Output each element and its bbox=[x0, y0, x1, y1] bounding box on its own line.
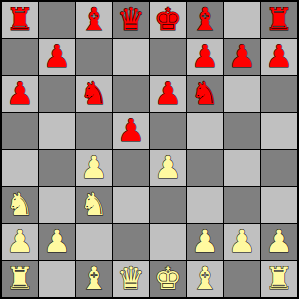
square-e7[interactable] bbox=[150, 39, 186, 75]
square-g6[interactable] bbox=[224, 76, 260, 112]
square-g1[interactable] bbox=[224, 261, 260, 297]
square-h3[interactable] bbox=[261, 187, 297, 223]
square-b3[interactable] bbox=[39, 187, 75, 223]
square-c2[interactable] bbox=[76, 224, 112, 260]
red-bishop[interactable]: ♝ bbox=[191, 4, 219, 35]
red-rook[interactable]: ♜ bbox=[6, 4, 34, 35]
square-d4[interactable] bbox=[113, 150, 149, 186]
square-a7[interactable] bbox=[2, 39, 38, 75]
square-e8[interactable]: ♚ bbox=[150, 2, 186, 38]
square-f3[interactable] bbox=[187, 187, 223, 223]
square-d7[interactable] bbox=[113, 39, 149, 75]
yellow-pawn[interactable]: ♟ bbox=[6, 226, 34, 257]
yellow-pawn[interactable]: ♟ bbox=[191, 226, 219, 257]
square-e2[interactable] bbox=[150, 224, 186, 260]
red-pawn[interactable]: ♟ bbox=[117, 115, 145, 146]
square-c7[interactable] bbox=[76, 39, 112, 75]
square-g4[interactable] bbox=[224, 150, 260, 186]
square-a5[interactable] bbox=[2, 113, 38, 149]
square-g2[interactable]: ♟ bbox=[224, 224, 260, 260]
square-h5[interactable] bbox=[261, 113, 297, 149]
square-d5[interactable]: ♟ bbox=[113, 113, 149, 149]
square-h7[interactable]: ♟ bbox=[261, 39, 297, 75]
square-e5[interactable] bbox=[150, 113, 186, 149]
red-pawn[interactable]: ♟ bbox=[6, 78, 34, 109]
red-queen[interactable]: ♛ bbox=[117, 4, 145, 35]
red-pawn[interactable]: ♟ bbox=[154, 78, 182, 109]
yellow-rook[interactable]: ♜ bbox=[265, 263, 293, 294]
square-e1[interactable]: ♚ bbox=[150, 261, 186, 297]
square-d8[interactable]: ♛ bbox=[113, 2, 149, 38]
yellow-rook[interactable]: ♜ bbox=[6, 263, 34, 294]
square-f5[interactable] bbox=[187, 113, 223, 149]
square-f4[interactable] bbox=[187, 150, 223, 186]
square-h8[interactable]: ♜ bbox=[261, 2, 297, 38]
yellow-bishop[interactable]: ♝ bbox=[191, 263, 219, 294]
yellow-pawn[interactable]: ♟ bbox=[265, 226, 293, 257]
red-knight[interactable]: ♞ bbox=[191, 78, 219, 109]
square-f6[interactable]: ♞ bbox=[187, 76, 223, 112]
square-c5[interactable] bbox=[76, 113, 112, 149]
red-pawn[interactable]: ♟ bbox=[228, 41, 256, 72]
square-f1[interactable]: ♝ bbox=[187, 261, 223, 297]
red-pawn[interactable]: ♟ bbox=[191, 41, 219, 72]
square-a6[interactable]: ♟ bbox=[2, 76, 38, 112]
red-bishop[interactable]: ♝ bbox=[80, 4, 108, 35]
square-b6[interactable] bbox=[39, 76, 75, 112]
square-h1[interactable]: ♜ bbox=[261, 261, 297, 297]
square-h6[interactable] bbox=[261, 76, 297, 112]
square-b1[interactable] bbox=[39, 261, 75, 297]
square-c1[interactable]: ♝ bbox=[76, 261, 112, 297]
yellow-pawn[interactable]: ♟ bbox=[43, 226, 71, 257]
square-h2[interactable]: ♟ bbox=[261, 224, 297, 260]
square-g7[interactable]: ♟ bbox=[224, 39, 260, 75]
square-b7[interactable]: ♟ bbox=[39, 39, 75, 75]
yellow-knight[interactable]: ♞ bbox=[6, 189, 34, 220]
red-knight[interactable]: ♞ bbox=[80, 78, 108, 109]
square-d1[interactable]: ♛ bbox=[113, 261, 149, 297]
square-f8[interactable]: ♝ bbox=[187, 2, 223, 38]
square-c6[interactable]: ♞ bbox=[76, 76, 112, 112]
square-c8[interactable]: ♝ bbox=[76, 2, 112, 38]
square-a4[interactable] bbox=[2, 150, 38, 186]
square-b8[interactable] bbox=[39, 2, 75, 38]
yellow-bishop[interactable]: ♝ bbox=[80, 263, 108, 294]
square-d2[interactable] bbox=[113, 224, 149, 260]
square-a3[interactable]: ♞ bbox=[2, 187, 38, 223]
yellow-knight[interactable]: ♞ bbox=[80, 189, 108, 220]
square-e3[interactable] bbox=[150, 187, 186, 223]
red-king[interactable]: ♚ bbox=[154, 4, 182, 35]
square-e4[interactable]: ♟ bbox=[150, 150, 186, 186]
square-f7[interactable]: ♟ bbox=[187, 39, 223, 75]
square-b2[interactable]: ♟ bbox=[39, 224, 75, 260]
yellow-pawn[interactable]: ♟ bbox=[228, 226, 256, 257]
red-rook[interactable]: ♜ bbox=[265, 4, 293, 35]
square-b4[interactable] bbox=[39, 150, 75, 186]
square-c3[interactable]: ♞ bbox=[76, 187, 112, 223]
yellow-pawn[interactable]: ♟ bbox=[154, 152, 182, 183]
square-e6[interactable]: ♟ bbox=[150, 76, 186, 112]
red-pawn[interactable]: ♟ bbox=[43, 41, 71, 72]
square-g3[interactable] bbox=[224, 187, 260, 223]
square-d6[interactable] bbox=[113, 76, 149, 112]
red-pawn[interactable]: ♟ bbox=[265, 41, 293, 72]
square-g5[interactable] bbox=[224, 113, 260, 149]
square-a8[interactable]: ♜ bbox=[2, 2, 38, 38]
square-g8[interactable] bbox=[224, 2, 260, 38]
square-d3[interactable] bbox=[113, 187, 149, 223]
square-h4[interactable] bbox=[261, 150, 297, 186]
yellow-king[interactable]: ♚ bbox=[154, 263, 182, 294]
square-f2[interactable]: ♟ bbox=[187, 224, 223, 260]
square-a2[interactable]: ♟ bbox=[2, 224, 38, 260]
square-b5[interactable] bbox=[39, 113, 75, 149]
yellow-queen[interactable]: ♛ bbox=[117, 263, 145, 294]
chess-board: ♜♝♛♚♝♜♟♟♟♟♟♞♟♞♟♟♟♞♞♟♟♟♟♟♜♝♛♚♝♜ bbox=[0, 0, 299, 299]
square-a1[interactable]: ♜ bbox=[2, 261, 38, 297]
yellow-pawn[interactable]: ♟ bbox=[80, 152, 108, 183]
square-c4[interactable]: ♟ bbox=[76, 150, 112, 186]
